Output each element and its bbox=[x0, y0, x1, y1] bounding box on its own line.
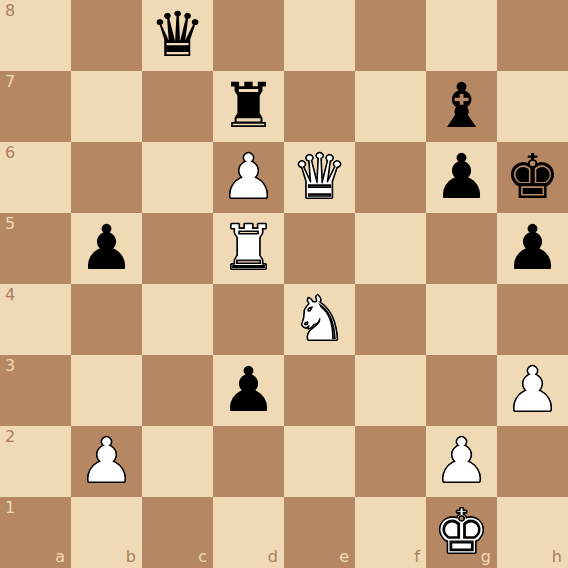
white-pawn[interactable]: ♟ bbox=[434, 425, 490, 496]
black-bishop[interactable]: ♝ bbox=[434, 70, 490, 141]
white-rook[interactable]: ♜ bbox=[221, 212, 277, 283]
square-h4[interactable] bbox=[497, 284, 568, 355]
black-pawn[interactable]: ♟ bbox=[79, 212, 135, 283]
square-c2[interactable] bbox=[142, 426, 213, 497]
square-d7[interactable]: ♜ bbox=[213, 71, 284, 142]
square-c1[interactable]: c bbox=[142, 497, 213, 568]
square-b1[interactable]: b bbox=[71, 497, 142, 568]
square-h1[interactable]: h bbox=[497, 497, 568, 568]
white-pawn[interactable]: ♟ bbox=[505, 354, 561, 425]
square-f3[interactable] bbox=[355, 355, 426, 426]
white-queen[interactable]: ♛ bbox=[292, 141, 348, 212]
square-c5[interactable] bbox=[142, 213, 213, 284]
black-pawn[interactable]: ♟ bbox=[505, 212, 561, 283]
square-a4[interactable]: 4 bbox=[0, 284, 71, 355]
square-b6[interactable] bbox=[71, 142, 142, 213]
rank-label-1: 1 bbox=[5, 500, 15, 516]
file-label-h: h bbox=[552, 549, 562, 565]
square-g7[interactable]: ♝ bbox=[426, 71, 497, 142]
square-b8[interactable] bbox=[71, 0, 142, 71]
square-c7[interactable] bbox=[142, 71, 213, 142]
file-label-f: f bbox=[414, 549, 420, 565]
white-pawn[interactable]: ♟ bbox=[79, 425, 135, 496]
file-label-d: d bbox=[268, 549, 278, 565]
square-f7[interactable] bbox=[355, 71, 426, 142]
square-a8[interactable]: 8 bbox=[0, 0, 71, 71]
square-d5[interactable]: ♜ bbox=[213, 213, 284, 284]
square-b3[interactable] bbox=[71, 355, 142, 426]
square-c6[interactable] bbox=[142, 142, 213, 213]
square-e7[interactable] bbox=[284, 71, 355, 142]
square-e5[interactable] bbox=[284, 213, 355, 284]
square-e2[interactable] bbox=[284, 426, 355, 497]
black-king[interactable]: ♚ bbox=[505, 141, 561, 212]
square-h7[interactable] bbox=[497, 71, 568, 142]
square-e4[interactable]: ♞ bbox=[284, 284, 355, 355]
square-d8[interactable] bbox=[213, 0, 284, 71]
square-g5[interactable] bbox=[426, 213, 497, 284]
square-a5[interactable]: 5 bbox=[0, 213, 71, 284]
square-a1[interactable]: 1a bbox=[0, 497, 71, 568]
file-label-e: e bbox=[339, 549, 349, 565]
square-c3[interactable] bbox=[142, 355, 213, 426]
rank-label-4: 4 bbox=[5, 287, 15, 303]
square-h8[interactable] bbox=[497, 0, 568, 71]
square-h5[interactable]: ♟ bbox=[497, 213, 568, 284]
square-e6[interactable]: ♛ bbox=[284, 142, 355, 213]
square-h3[interactable]: ♟ bbox=[497, 355, 568, 426]
square-a7[interactable]: 7 bbox=[0, 71, 71, 142]
square-b5[interactable]: ♟ bbox=[71, 213, 142, 284]
square-d2[interactable] bbox=[213, 426, 284, 497]
black-pawn[interactable]: ♟ bbox=[434, 141, 490, 212]
square-e3[interactable] bbox=[284, 355, 355, 426]
square-a6[interactable]: 6 bbox=[0, 142, 71, 213]
square-d6[interactable]: ♟ bbox=[213, 142, 284, 213]
square-d3[interactable]: ♟ bbox=[213, 355, 284, 426]
square-f4[interactable] bbox=[355, 284, 426, 355]
square-f8[interactable] bbox=[355, 0, 426, 71]
file-label-b: b bbox=[126, 549, 136, 565]
square-g3[interactable] bbox=[426, 355, 497, 426]
rank-label-7: 7 bbox=[5, 74, 15, 90]
black-queen[interactable]: ♛ bbox=[150, 0, 206, 70]
file-label-a: a bbox=[55, 549, 65, 565]
square-g4[interactable] bbox=[426, 284, 497, 355]
square-e8[interactable] bbox=[284, 0, 355, 71]
rank-label-6: 6 bbox=[5, 145, 15, 161]
square-g1[interactable]: g♚ bbox=[426, 497, 497, 568]
square-h2[interactable] bbox=[497, 426, 568, 497]
rank-label-5: 5 bbox=[5, 216, 15, 232]
chess-board: 8♛7♜♝6♟♛♟♚5♟♜♟4♞3♟♟2♟♟1abcdefg♚h bbox=[0, 0, 568, 568]
file-label-c: c bbox=[198, 549, 207, 565]
white-knight[interactable]: ♞ bbox=[292, 283, 348, 354]
square-g2[interactable]: ♟ bbox=[426, 426, 497, 497]
black-rook[interactable]: ♜ bbox=[221, 70, 277, 141]
square-e1[interactable]: e bbox=[284, 497, 355, 568]
square-f5[interactable] bbox=[355, 213, 426, 284]
square-f2[interactable] bbox=[355, 426, 426, 497]
square-b2[interactable]: ♟ bbox=[71, 426, 142, 497]
square-h6[interactable]: ♚ bbox=[497, 142, 568, 213]
square-g6[interactable]: ♟ bbox=[426, 142, 497, 213]
square-d4[interactable] bbox=[213, 284, 284, 355]
square-f1[interactable]: f bbox=[355, 497, 426, 568]
square-b7[interactable] bbox=[71, 71, 142, 142]
square-c4[interactable] bbox=[142, 284, 213, 355]
square-d1[interactable]: d bbox=[213, 497, 284, 568]
square-c8[interactable]: ♛ bbox=[142, 0, 213, 71]
white-king[interactable]: ♚ bbox=[434, 496, 490, 567]
square-g8[interactable] bbox=[426, 0, 497, 71]
rank-label-3: 3 bbox=[5, 358, 15, 374]
square-f6[interactable] bbox=[355, 142, 426, 213]
square-b4[interactable] bbox=[71, 284, 142, 355]
square-a2[interactable]: 2 bbox=[0, 426, 71, 497]
rank-label-8: 8 bbox=[5, 3, 15, 19]
black-pawn[interactable]: ♟ bbox=[221, 354, 277, 425]
square-a3[interactable]: 3 bbox=[0, 355, 71, 426]
white-pawn[interactable]: ♟ bbox=[221, 141, 277, 212]
rank-label-2: 2 bbox=[5, 429, 15, 445]
